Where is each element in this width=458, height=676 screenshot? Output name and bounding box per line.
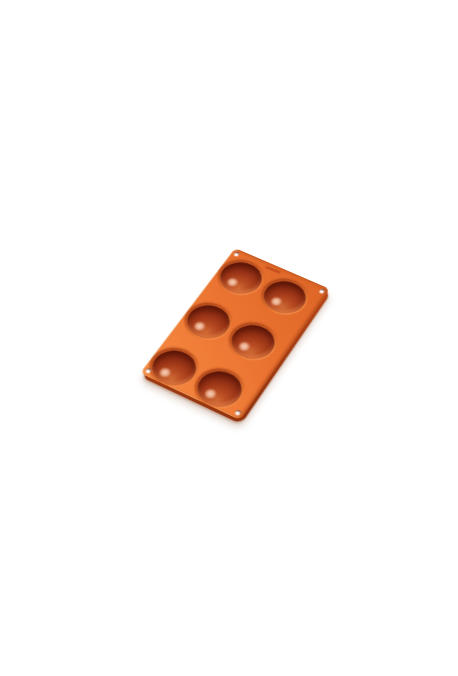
corner-hole-bottom bbox=[235, 410, 242, 416]
corner-hole-top bbox=[233, 252, 240, 257]
cavity-bowl bbox=[224, 319, 282, 365]
silicone-mould bbox=[140, 248, 330, 420]
cavity-bowl bbox=[256, 275, 312, 318]
embossed-brand-mark bbox=[265, 266, 282, 274]
corner-hole-right bbox=[319, 288, 326, 293]
cavity-bowl bbox=[189, 365, 249, 413]
photo-canvas bbox=[0, 0, 458, 676]
